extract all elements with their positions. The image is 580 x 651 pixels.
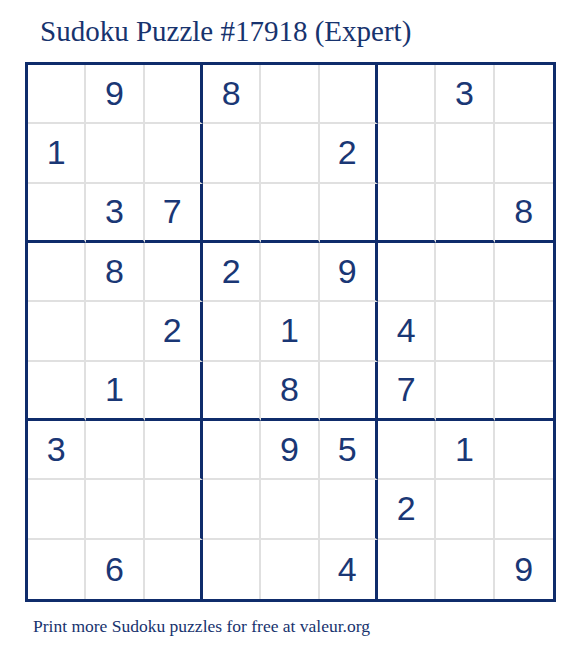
cell-r6c4[interactable] — [203, 362, 261, 421]
cell-r9c1[interactable] — [28, 540, 86, 599]
cell-r9c2[interactable]: 6 — [86, 540, 144, 599]
cell-r7c7[interactable] — [378, 421, 436, 480]
cell-r1c9[interactable] — [495, 65, 553, 124]
cell-r2c3[interactable] — [145, 124, 203, 183]
cell-r4c6[interactable]: 9 — [320, 243, 378, 302]
cell-r8c3[interactable] — [145, 480, 203, 539]
cell-r5c6[interactable] — [320, 302, 378, 361]
cell-r6c7[interactable]: 7 — [378, 362, 436, 421]
cell-r6c2[interactable]: 1 — [86, 362, 144, 421]
cell-r3c7[interactable] — [378, 184, 436, 243]
cell-r3c2[interactable]: 3 — [86, 184, 144, 243]
cell-r7c5[interactable]: 9 — [261, 421, 319, 480]
cell-r2c9[interactable] — [495, 124, 553, 183]
cell-r6c9[interactable] — [495, 362, 553, 421]
cell-r3c9[interactable]: 8 — [495, 184, 553, 243]
cell-r9c5[interactable] — [261, 540, 319, 599]
cell-r6c1[interactable] — [28, 362, 86, 421]
cell-r3c4[interactable] — [203, 184, 261, 243]
cell-r9c4[interactable] — [203, 540, 261, 599]
cell-r1c8[interactable]: 3 — [436, 65, 494, 124]
cell-r8c9[interactable] — [495, 480, 553, 539]
cell-r7c8[interactable]: 1 — [436, 421, 494, 480]
cell-r4c2[interactable]: 8 — [86, 243, 144, 302]
cell-r3c1[interactable] — [28, 184, 86, 243]
cell-r9c9[interactable]: 9 — [495, 540, 553, 599]
cell-r5c4[interactable] — [203, 302, 261, 361]
sudoku-page: Sudoku Puzzle #17918 (Expert) 9831237882… — [0, 0, 580, 651]
cell-r4c4[interactable]: 2 — [203, 243, 261, 302]
cell-r2c5[interactable] — [261, 124, 319, 183]
cell-r8c6[interactable] — [320, 480, 378, 539]
cell-r6c6[interactable] — [320, 362, 378, 421]
cell-r1c7[interactable] — [378, 65, 436, 124]
sudoku-board: 9831237882921418739512649 — [25, 62, 556, 602]
cell-r4c1[interactable] — [28, 243, 86, 302]
cell-r5c3[interactable]: 2 — [145, 302, 203, 361]
cell-r8c8[interactable] — [436, 480, 494, 539]
cell-r3c5[interactable] — [261, 184, 319, 243]
page-title: Sudoku Puzzle #17918 (Expert) — [40, 13, 411, 49]
cell-r9c8[interactable] — [436, 540, 494, 599]
cell-r8c5[interactable] — [261, 480, 319, 539]
cell-r5c8[interactable] — [436, 302, 494, 361]
cell-r1c4[interactable]: 8 — [203, 65, 261, 124]
cell-r4c7[interactable] — [378, 243, 436, 302]
cell-r2c8[interactable] — [436, 124, 494, 183]
cell-r7c2[interactable] — [86, 421, 144, 480]
cell-r4c5[interactable] — [261, 243, 319, 302]
cell-r6c5[interactable]: 8 — [261, 362, 319, 421]
footer-text: Print more Sudoku puzzles for free at va… — [33, 615, 370, 637]
cell-r4c3[interactable] — [145, 243, 203, 302]
cell-r1c5[interactable] — [261, 65, 319, 124]
cell-r6c8[interactable] — [436, 362, 494, 421]
cell-r8c4[interactable] — [203, 480, 261, 539]
cell-r2c4[interactable] — [203, 124, 261, 183]
cell-r7c1[interactable]: 3 — [28, 421, 86, 480]
cell-r3c3[interactable]: 7 — [145, 184, 203, 243]
cell-r5c2[interactable] — [86, 302, 144, 361]
cell-r3c8[interactable] — [436, 184, 494, 243]
cell-r2c6[interactable]: 2 — [320, 124, 378, 183]
cell-r9c7[interactable] — [378, 540, 436, 599]
cell-r5c1[interactable] — [28, 302, 86, 361]
cell-r8c1[interactable] — [28, 480, 86, 539]
cell-r5c9[interactable] — [495, 302, 553, 361]
cell-r1c3[interactable] — [145, 65, 203, 124]
cell-r5c5[interactable]: 1 — [261, 302, 319, 361]
cell-r7c6[interactable]: 5 — [320, 421, 378, 480]
cell-r4c8[interactable] — [436, 243, 494, 302]
cell-r3c6[interactable] — [320, 184, 378, 243]
cell-r1c1[interactable] — [28, 65, 86, 124]
cell-r9c6[interactable]: 4 — [320, 540, 378, 599]
cell-r7c9[interactable] — [495, 421, 553, 480]
cell-r8c2[interactable] — [86, 480, 144, 539]
cell-r5c7[interactable]: 4 — [378, 302, 436, 361]
cell-r9c3[interactable] — [145, 540, 203, 599]
cell-r8c7[interactable]: 2 — [378, 480, 436, 539]
cell-r2c1[interactable]: 1 — [28, 124, 86, 183]
cell-r4c9[interactable] — [495, 243, 553, 302]
cell-r7c4[interactable] — [203, 421, 261, 480]
cell-r2c7[interactable] — [378, 124, 436, 183]
cell-r6c3[interactable] — [145, 362, 203, 421]
cell-r1c2[interactable]: 9 — [86, 65, 144, 124]
cell-r7c3[interactable] — [145, 421, 203, 480]
cell-r2c2[interactable] — [86, 124, 144, 183]
cell-r1c6[interactable] — [320, 65, 378, 124]
